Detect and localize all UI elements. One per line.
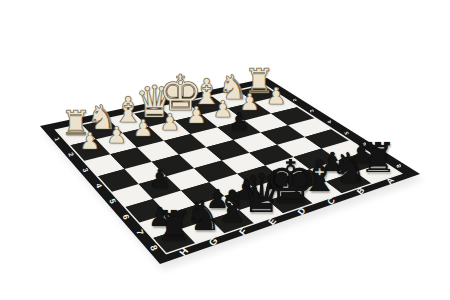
- piece-white-pawn-e2[interactable]: ♟: [159, 111, 180, 134]
- piece-white-pawn-h2[interactable]: ♟: [80, 130, 101, 153]
- piece-white-pawn-f2[interactable]: ♟: [133, 117, 154, 140]
- piece-black-pawn-c3[interactable]: ♟: [229, 110, 250, 133]
- piece-white-pawn-a2[interactable]: ♟: [266, 85, 287, 108]
- piece-white-pawn-d2[interactable]: ♟: [186, 104, 207, 127]
- piece-black-pawn-g5[interactable]: ♟: [149, 166, 171, 191]
- pieces-layer: ♜♞♝♛♚♝♞♜♟♟♟♟♟♟♟♟♟♟♟♟♟♟♟♟♜♞♝♛♚♝♞♜: [0, 0, 450, 300]
- piece-white-pawn-g2[interactable]: ♟: [106, 124, 127, 147]
- piece-black-rook-a8[interactable]: ♜: [360, 138, 397, 179]
- chess-photo-scene: 12345678HGFEDCBA12345678 ♜♞♝♛♚♝♞♜♟♟♟♟♟♟♟…: [0, 0, 450, 300]
